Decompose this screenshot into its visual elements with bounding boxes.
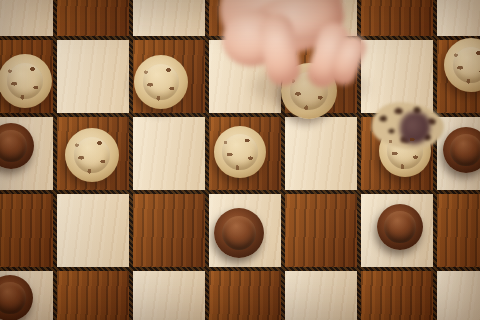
piece-light-r3c4[interactable] — [214, 126, 266, 178]
pieces-layer — [0, 0, 480, 320]
crest-core — [400, 112, 430, 144]
piece-dark-r3c1[interactable] — [0, 123, 34, 169]
piece-dark-r5c1[interactable] — [0, 275, 33, 320]
piece-light-r2c1[interactable] — [0, 54, 52, 108]
piece-dark-r3c7[interactable] — [443, 127, 480, 173]
piece-light-r2c7[interactable] — [444, 38, 480, 92]
piece-light-r2c3[interactable] — [134, 55, 188, 109]
piece-dark-r4c6[interactable] — [377, 204, 423, 250]
piece-light-r3c6[interactable] — [379, 125, 431, 177]
board-photo — [0, 0, 480, 320]
crest-pattern — [370, 99, 446, 152]
piece-dark-r4c4[interactable] — [214, 208, 264, 258]
piece-light-r3c2[interactable] — [65, 128, 119, 182]
hand-shadow — [252, 66, 368, 108]
